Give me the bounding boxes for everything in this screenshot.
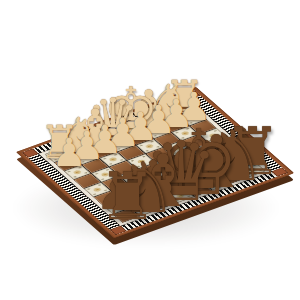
chess-set-photo: ♜♞♝♛♚♝♞♜♟♟♟♟♟♟♟♟♟♟♟♟♟♟♟♟♜♞♝♛♚♝♞♜ [0, 0, 300, 300]
